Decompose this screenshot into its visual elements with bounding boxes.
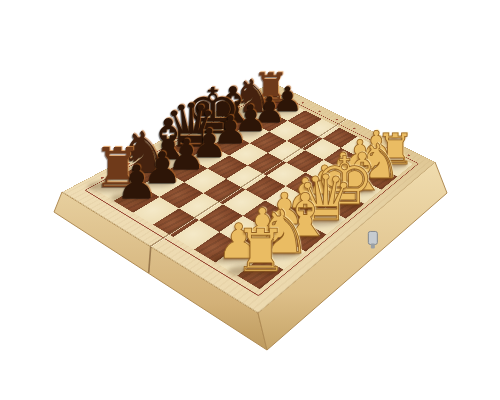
rank-mark-3 [370,136,373,138]
chess-set-photo: ♜♞♝♛♚♝♞♜♟♟♟♟♟♟♟♟♟♟♟♟♟♟♟♟♜♞♝♛♚♝♞♜ [0,0,500,400]
rank-mark-6 [318,110,321,112]
rank-mark-7 [301,102,304,104]
rank-mark-8 [284,94,287,96]
rank-mark-2 [388,145,391,147]
rank-mark-4 [352,127,355,129]
rank-mark-1 [407,154,410,156]
rank-mark-5 [335,119,338,121]
